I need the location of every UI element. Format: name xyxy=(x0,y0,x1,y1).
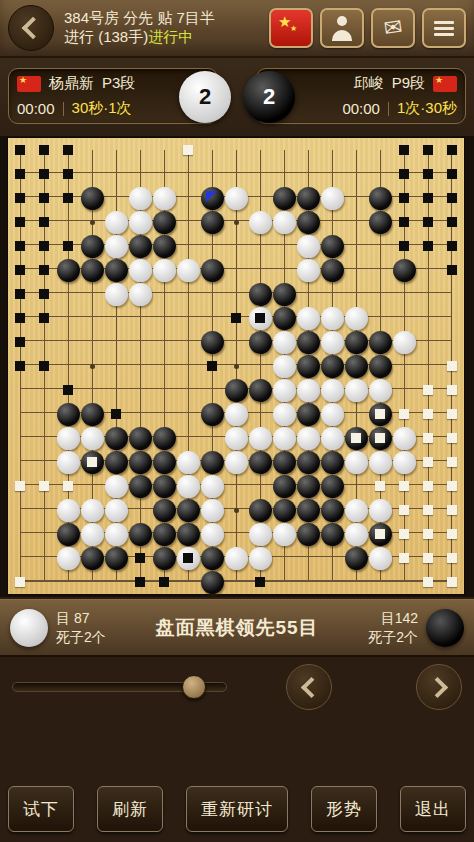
black-stone xyxy=(321,499,344,522)
black-territory-marker xyxy=(447,265,457,275)
white-stone xyxy=(393,331,416,354)
dead-stone-marker xyxy=(255,313,265,323)
star-point xyxy=(234,220,239,225)
game-title-block: 384号房 分先 贴 7目半 进行 (138手)进行中 xyxy=(64,9,269,47)
white-territory-marker xyxy=(447,361,457,371)
black-stone xyxy=(201,571,224,594)
black-stone xyxy=(153,547,176,570)
black-territory-marker xyxy=(255,577,265,587)
black-stone xyxy=(297,355,320,378)
black-territory-marker xyxy=(39,217,49,227)
black-stone xyxy=(201,451,224,474)
black-territory-marker xyxy=(423,217,433,227)
white-stone xyxy=(129,211,152,234)
white-stone xyxy=(273,331,296,354)
black-stone xyxy=(129,427,152,450)
flag-button[interactable]: ★ ★ xyxy=(269,8,313,48)
white-stone xyxy=(321,307,344,330)
slider-knob[interactable] xyxy=(182,675,206,699)
black-stone xyxy=(201,547,224,570)
black-stone xyxy=(129,523,152,546)
black-territory-marker xyxy=(399,217,409,227)
black-territory-marker xyxy=(39,289,49,299)
dead-stone-marker xyxy=(87,457,97,467)
white-stone xyxy=(153,187,176,210)
white-stone xyxy=(321,427,344,450)
black-stone xyxy=(153,427,176,450)
hamburger-menu-icon xyxy=(434,18,454,39)
white-stone xyxy=(81,499,104,522)
white-territory-marker xyxy=(399,409,409,419)
black-player-rank: P9段 xyxy=(392,74,425,93)
black-stone xyxy=(153,211,176,234)
black-stone xyxy=(297,331,320,354)
white-territory-marker xyxy=(375,481,385,491)
white-stone xyxy=(321,187,344,210)
black-territory-marker xyxy=(39,313,49,323)
black-stone xyxy=(81,403,104,426)
white-stone xyxy=(153,259,176,282)
person-icon-body xyxy=(332,30,352,41)
star-point xyxy=(90,220,95,225)
dead-stone-marker xyxy=(351,433,361,443)
black-territory-marker xyxy=(399,193,409,203)
black-territory-marker xyxy=(135,577,145,587)
black-territory-marker xyxy=(423,241,433,251)
white-territory-marker xyxy=(423,409,433,419)
black-stone xyxy=(153,499,176,522)
profile-button[interactable] xyxy=(320,8,364,48)
black-territory-marker xyxy=(159,577,169,587)
white-stone xyxy=(177,259,200,282)
white-stone xyxy=(273,427,296,450)
black-territory-marker xyxy=(423,169,433,179)
dead-black-stone xyxy=(369,403,392,426)
black-stone xyxy=(297,211,320,234)
black-stone xyxy=(321,523,344,546)
black-stone xyxy=(225,379,248,402)
black-stone xyxy=(105,427,128,450)
black-territory-marker xyxy=(39,265,49,275)
black-stone xyxy=(297,475,320,498)
white-territory-marker xyxy=(447,481,457,491)
status-badge: 进行中 xyxy=(148,28,193,45)
estimate-button[interactable]: 形势 xyxy=(311,786,377,832)
white-player-time: 00:00 xyxy=(17,100,55,117)
white-territory-marker xyxy=(423,505,433,515)
black-stone xyxy=(345,355,368,378)
black-territory-marker xyxy=(63,169,73,179)
white-stone xyxy=(297,379,320,402)
black-territory-marker xyxy=(15,313,25,323)
black-stone-icon xyxy=(426,609,464,647)
black-stone xyxy=(273,451,296,474)
white-territory-marker xyxy=(423,529,433,539)
black-stone xyxy=(321,259,344,282)
board-frame xyxy=(0,136,474,597)
white-player-flag-icon xyxy=(17,76,41,92)
black-territory-marker xyxy=(15,337,25,347)
white-territory-marker xyxy=(423,385,433,395)
last-move-triangle-icon xyxy=(206,191,217,202)
black-dead-count: 死子2个 xyxy=(368,628,418,647)
person-icon xyxy=(337,16,347,26)
black-territory-marker xyxy=(447,145,457,155)
black-stone xyxy=(105,259,128,282)
white-stone xyxy=(297,259,320,282)
white-territory-marker xyxy=(447,385,457,395)
dead-black-stone xyxy=(81,451,104,474)
divider xyxy=(388,102,389,116)
dead-stone-marker xyxy=(375,529,385,539)
app-header: 384号房 分先 贴 7目半 进行 (138手)进行中 ★ ★ ✉ xyxy=(0,0,474,58)
black-territory-marker xyxy=(207,361,217,371)
divider xyxy=(63,102,64,116)
exit-button[interactable]: 退出 xyxy=(400,786,466,832)
white-stone xyxy=(105,283,128,306)
refresh-button[interactable]: 刷新 xyxy=(97,786,163,832)
black-territory-marker xyxy=(15,265,25,275)
black-territory-marker xyxy=(15,193,25,203)
black-territory-marker xyxy=(39,169,49,179)
white-stone xyxy=(273,211,296,234)
black-stone xyxy=(297,187,320,210)
black-territory-marker xyxy=(15,169,25,179)
black-capture-badge: 2 xyxy=(243,71,295,123)
white-stone xyxy=(249,211,272,234)
black-stone xyxy=(81,547,104,570)
white-stone xyxy=(177,475,200,498)
next-move-button[interactable] xyxy=(416,664,462,710)
score-summary: 盘面黑棋领先55目 xyxy=(114,615,360,641)
black-territory-marker xyxy=(447,217,457,227)
player-bar: 杨鼎新 P3段 00:00 30秒·1次 2 邱峻 P9段 00:00 1次·3… xyxy=(0,58,474,136)
white-stone xyxy=(225,427,248,450)
white-territory-marker xyxy=(447,529,457,539)
white-territory-marker xyxy=(39,481,49,491)
white-stone xyxy=(225,187,248,210)
black-player-name: 邱峻 xyxy=(354,74,384,93)
chevron-left-icon xyxy=(300,676,321,697)
black-stone xyxy=(249,331,272,354)
black-stone xyxy=(273,283,296,306)
star-point xyxy=(234,364,239,369)
white-stone xyxy=(105,475,128,498)
black-stone xyxy=(201,259,224,282)
dead-white-stone xyxy=(249,307,272,330)
black-territory-marker xyxy=(447,193,457,203)
white-stone xyxy=(57,427,80,450)
white-territory-marker xyxy=(15,481,25,491)
back-button[interactable] xyxy=(8,5,54,51)
chevron-right-icon xyxy=(426,676,447,697)
black-territory-marker xyxy=(63,241,73,251)
white-player-rank: P3段 xyxy=(102,74,135,93)
white-stone xyxy=(345,307,368,330)
white-stone xyxy=(57,499,80,522)
dead-black-stone xyxy=(345,427,368,450)
black-points: 目142 xyxy=(368,609,418,628)
mail-icon: ✉ xyxy=(382,16,403,40)
white-stone xyxy=(105,211,128,234)
white-stone xyxy=(321,379,344,402)
white-stone xyxy=(201,523,224,546)
dead-black-stone xyxy=(369,523,392,546)
white-player-byoyomi: 30秒·1次 xyxy=(72,99,132,118)
white-territory-marker xyxy=(63,481,73,491)
black-player-flag-icon xyxy=(433,76,457,92)
white-territory-marker xyxy=(399,529,409,539)
black-stone xyxy=(129,475,152,498)
black-stone xyxy=(153,451,176,474)
black-territory-marker xyxy=(399,169,409,179)
black-territory-marker xyxy=(63,145,73,155)
white-territory-marker xyxy=(447,577,457,587)
black-stone xyxy=(369,211,392,234)
black-stone xyxy=(153,475,176,498)
black-stone xyxy=(297,451,320,474)
white-stone xyxy=(369,379,392,402)
black-stone xyxy=(321,451,344,474)
player-panel-white[interactable]: 杨鼎新 P3段 00:00 30秒·1次 2 xyxy=(8,68,218,124)
white-stone xyxy=(225,403,248,426)
white-stone xyxy=(201,475,224,498)
black-stone xyxy=(297,523,320,546)
white-territory-marker xyxy=(399,505,409,515)
white-stone xyxy=(297,235,320,258)
white-territory-marker xyxy=(15,577,25,587)
room-info: 384号房 分先 贴 7目半 xyxy=(64,9,269,28)
score-bar: 目 87 死子2个 盘面黑棋领先55目 目142 死子2个 xyxy=(0,599,474,657)
black-stone xyxy=(321,475,344,498)
white-territory-marker xyxy=(423,553,433,563)
white-stone xyxy=(249,523,272,546)
black-stone xyxy=(81,187,104,210)
dead-stone-marker xyxy=(183,553,193,563)
black-stone xyxy=(297,499,320,522)
white-stone xyxy=(129,259,152,282)
black-stone xyxy=(201,403,224,426)
white-stone xyxy=(225,451,248,474)
black-stone xyxy=(129,451,152,474)
black-stone xyxy=(273,307,296,330)
black-stone xyxy=(249,379,272,402)
black-territory-marker xyxy=(399,145,409,155)
white-stone xyxy=(369,451,392,474)
white-stone xyxy=(345,499,368,522)
black-stone xyxy=(177,523,200,546)
white-territory-marker xyxy=(423,481,433,491)
black-stone xyxy=(177,499,200,522)
black-stone xyxy=(249,283,272,306)
black-stone xyxy=(81,235,104,258)
black-territory-marker xyxy=(447,169,457,179)
back-chevron-icon xyxy=(22,17,45,40)
black-stone xyxy=(201,211,224,234)
black-territory-marker xyxy=(15,241,25,251)
dead-stone-marker xyxy=(375,409,385,419)
black-territory-marker xyxy=(15,217,25,227)
move-count: 进行 (138手) xyxy=(64,28,148,45)
star-point xyxy=(234,508,239,513)
white-territory-marker xyxy=(447,457,457,467)
black-territory-marker xyxy=(15,145,25,155)
black-stone xyxy=(345,547,368,570)
white-stone xyxy=(369,499,392,522)
black-player-byoyomi: 1次·30秒 xyxy=(397,99,457,118)
black-stone xyxy=(57,403,80,426)
white-capture-badge: 2 xyxy=(179,71,231,123)
white-territory-marker xyxy=(183,145,193,155)
restart-review-button[interactable]: 重新研讨 xyxy=(186,786,288,832)
black-territory-marker xyxy=(39,241,49,251)
black-territory-marker xyxy=(423,193,433,203)
black-territory-marker xyxy=(39,193,49,203)
white-stone xyxy=(81,427,104,450)
white-stone xyxy=(177,451,200,474)
black-stone xyxy=(369,187,392,210)
black-stone xyxy=(273,499,296,522)
white-territory-marker xyxy=(399,481,409,491)
black-stone xyxy=(81,259,104,282)
try-move-button[interactable]: 试下 xyxy=(8,786,74,832)
white-stone xyxy=(297,427,320,450)
white-stone xyxy=(345,451,368,474)
white-territory-marker xyxy=(423,457,433,467)
black-stone xyxy=(249,499,272,522)
white-stone xyxy=(225,547,248,570)
white-stone xyxy=(297,307,320,330)
black-stone xyxy=(153,523,176,546)
white-stone xyxy=(273,523,296,546)
black-stone xyxy=(57,259,80,282)
move-nav-row xyxy=(0,661,474,713)
white-player-name: 杨鼎新 xyxy=(49,74,94,93)
white-stone xyxy=(57,547,80,570)
go-board[interactable] xyxy=(7,137,465,595)
black-stone xyxy=(57,523,80,546)
white-dead-count: 死子2个 xyxy=(56,628,106,647)
black-stone xyxy=(105,547,128,570)
mail-button[interactable]: ✉ xyxy=(371,8,415,48)
white-stone xyxy=(393,451,416,474)
black-stone xyxy=(105,451,128,474)
white-territory-marker xyxy=(447,553,457,563)
last-move-black-stone xyxy=(201,187,224,210)
black-stone xyxy=(153,235,176,258)
black-territory-marker xyxy=(39,361,49,371)
white-stone xyxy=(321,331,344,354)
white-territory-marker xyxy=(423,433,433,443)
white-stone xyxy=(369,547,392,570)
white-stone xyxy=(57,451,80,474)
white-stone xyxy=(273,379,296,402)
player-panel-black[interactable]: 邱峻 P9段 00:00 1次·30秒 2 xyxy=(256,68,466,124)
black-stone xyxy=(345,331,368,354)
black-territory-marker xyxy=(111,409,121,419)
black-territory-marker xyxy=(63,385,73,395)
white-stone xyxy=(321,403,344,426)
bottom-button-bar: 试下 刷新 重新研讨 形势 退出 xyxy=(0,786,474,832)
black-player-time: 00:00 xyxy=(342,100,380,117)
white-points: 目 87 xyxy=(56,609,106,628)
white-stone xyxy=(249,547,272,570)
white-territory-marker xyxy=(447,433,457,443)
white-stone xyxy=(393,427,416,450)
white-territory-marker xyxy=(423,577,433,587)
black-territory-marker xyxy=(15,289,25,299)
black-stone xyxy=(321,235,344,258)
white-territory-marker xyxy=(447,409,457,419)
white-stone xyxy=(273,355,296,378)
black-territory-marker xyxy=(447,241,457,251)
black-territory-marker xyxy=(231,313,241,323)
black-stone xyxy=(321,355,344,378)
white-stone xyxy=(129,283,152,306)
white-stone xyxy=(105,235,128,258)
black-stone xyxy=(129,235,152,258)
white-stone xyxy=(273,403,296,426)
star-point xyxy=(90,364,95,369)
white-stone xyxy=(201,499,224,522)
black-territory-marker xyxy=(423,145,433,155)
china-flag-small-star: ★ xyxy=(290,25,297,33)
white-stone xyxy=(345,523,368,546)
menu-button[interactable] xyxy=(422,8,466,48)
black-stone xyxy=(369,355,392,378)
black-stone xyxy=(273,187,296,210)
black-territory-marker xyxy=(15,361,25,371)
white-territory-marker xyxy=(399,553,409,563)
black-territory-marker xyxy=(63,193,73,203)
black-stone xyxy=(249,451,272,474)
dead-white-stone xyxy=(177,547,200,570)
white-stone xyxy=(129,187,152,210)
white-stone xyxy=(345,379,368,402)
black-stone xyxy=(369,331,392,354)
black-stone xyxy=(297,403,320,426)
white-stone-icon xyxy=(10,609,48,647)
black-territory-marker xyxy=(399,241,409,251)
black-territory-marker xyxy=(135,553,145,563)
dead-black-stone xyxy=(369,427,392,450)
black-stone xyxy=(393,259,416,282)
black-territory-marker xyxy=(39,145,49,155)
white-stone xyxy=(105,523,128,546)
dead-stone-marker xyxy=(375,433,385,443)
black-stone xyxy=(273,475,296,498)
prev-move-button[interactable] xyxy=(286,664,332,710)
white-stone xyxy=(249,427,272,450)
black-stone xyxy=(201,331,224,354)
white-stone xyxy=(105,499,128,522)
white-stone xyxy=(81,523,104,546)
white-territory-marker xyxy=(447,505,457,515)
status-line: 进行 (138手)进行中 xyxy=(64,28,269,47)
move-slider[interactable] xyxy=(12,682,227,692)
